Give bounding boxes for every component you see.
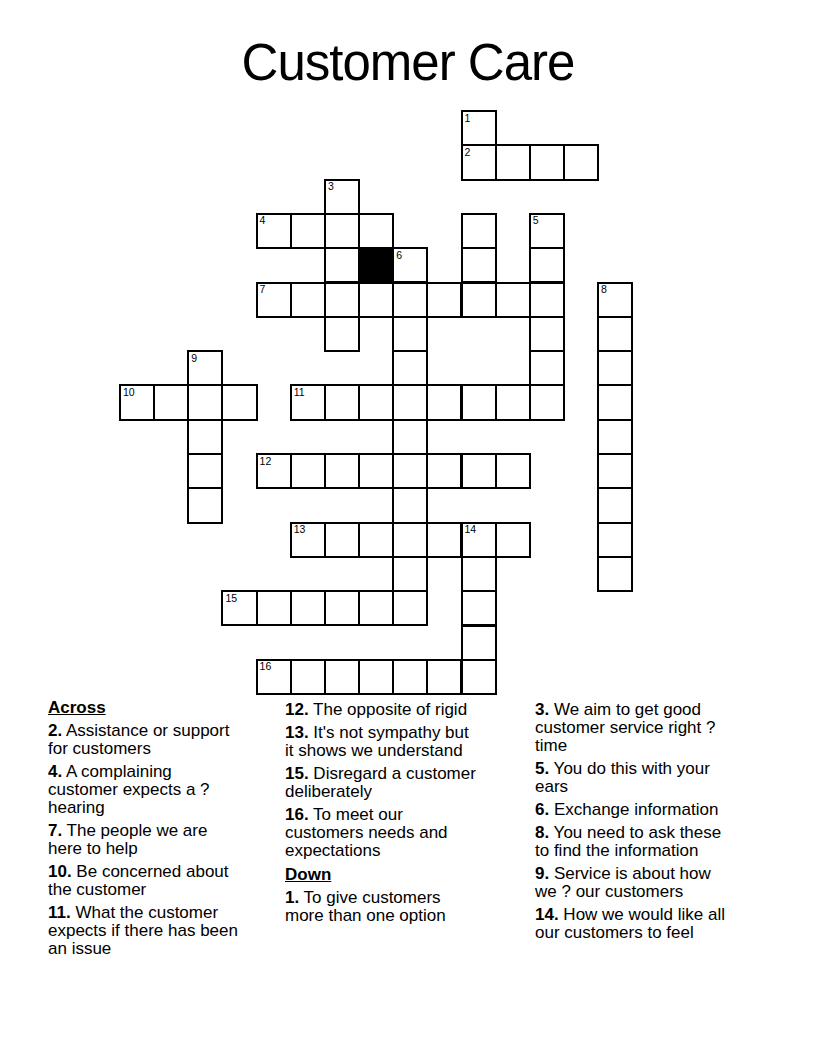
cell-c14-r9[interactable] bbox=[597, 419, 633, 455]
cell-number-5: 5 bbox=[533, 215, 539, 225]
cell-c10-r3[interactable] bbox=[461, 213, 497, 249]
cell-c10-r14[interactable] bbox=[461, 590, 497, 626]
cell-c8-r9[interactable] bbox=[392, 419, 428, 455]
cell-c7-r3[interactable] bbox=[358, 213, 394, 249]
clue-number: 3. bbox=[535, 700, 549, 719]
cell-number-13: 13 bbox=[294, 524, 306, 534]
across-heading: Across bbox=[48, 698, 243, 718]
clue-down-8: 8. You need to ask these to find the inf… bbox=[535, 824, 725, 860]
down-clues-list-continued: 3. We aim to get good customer service r… bbox=[535, 701, 725, 942]
clue-across-11: 11. What the customer expects if there h… bbox=[48, 904, 243, 958]
cell-c2-r10[interactable] bbox=[187, 453, 223, 489]
cell-c6-r10[interactable] bbox=[324, 453, 360, 489]
cell-c9-r8[interactable] bbox=[426, 384, 462, 420]
clue-number: 1. bbox=[285, 888, 299, 907]
clue-number: 14. bbox=[535, 905, 559, 924]
clue-number: 9. bbox=[535, 864, 549, 883]
cell-c13-r1[interactable] bbox=[563, 144, 599, 180]
clue-number: 8. bbox=[535, 823, 549, 842]
clue-number: 2. bbox=[48, 721, 62, 740]
cell-c12-r1[interactable] bbox=[529, 144, 565, 180]
clue-across-13: 13. It's not sympathy but it shows we un… bbox=[285, 724, 477, 760]
cell-c9-r5[interactable] bbox=[426, 282, 462, 318]
clue-across-7: 7. The people we are here to help bbox=[48, 822, 243, 858]
across-clues-list: 2. Assistance or support for customers4.… bbox=[48, 722, 243, 958]
cell-c8-r7[interactable] bbox=[392, 350, 428, 386]
clue-number: 10. bbox=[48, 862, 72, 881]
cell-number-14: 14 bbox=[465, 524, 477, 534]
clue-number: 4. bbox=[48, 762, 62, 781]
cell-number-16: 16 bbox=[260, 661, 272, 671]
cell-c14-r7[interactable] bbox=[597, 350, 633, 386]
puzzle-title: Customer Care bbox=[0, 33, 816, 92]
cell-number-9: 9 bbox=[191, 353, 197, 363]
cell-c7-r10[interactable] bbox=[358, 453, 394, 489]
clue-down-3: 3. We aim to get good customer service r… bbox=[535, 701, 725, 755]
cell-number-12: 12 bbox=[260, 456, 272, 466]
cell-c6-r3[interactable] bbox=[324, 213, 360, 249]
cell-c7-r16[interactable] bbox=[358, 659, 394, 695]
cell-c5-r16[interactable] bbox=[290, 659, 326, 695]
cell-c11-r5[interactable] bbox=[495, 282, 531, 318]
cell-c14-r11[interactable] bbox=[597, 487, 633, 523]
cell-c1-r8[interactable] bbox=[153, 384, 189, 420]
cell-c7-r8[interactable] bbox=[358, 384, 394, 420]
clue-across-12: 12. The opposite of rigid bbox=[285, 701, 477, 719]
clue-number: 7. bbox=[48, 821, 62, 840]
cell-c11-r12[interactable] bbox=[495, 522, 531, 558]
cell-c8-r13[interactable] bbox=[392, 556, 428, 592]
cell-c2-r9[interactable] bbox=[187, 419, 223, 455]
clue-down-14: 14. How we would like all our customers … bbox=[535, 906, 725, 942]
cell-c6-r8[interactable] bbox=[324, 384, 360, 420]
cell-number-7: 7 bbox=[260, 284, 266, 294]
clue-across-15: 15. Disregard a customer deliberately bbox=[285, 765, 477, 801]
cell-c8-r6[interactable] bbox=[392, 316, 428, 352]
cell-c5-r10[interactable] bbox=[290, 453, 326, 489]
cell-c14-r13[interactable] bbox=[597, 556, 633, 592]
cell-c11-r1[interactable] bbox=[495, 144, 531, 180]
clue-number: 15. bbox=[285, 764, 309, 783]
clue-across-2: 2. Assistance or support for customers bbox=[48, 722, 243, 758]
down-clues-list: 1. To give customers more than one optio… bbox=[285, 889, 477, 925]
cell-number-11: 11 bbox=[294, 387, 305, 397]
cell-c3-r8[interactable] bbox=[221, 384, 257, 420]
cell-number-3: 3 bbox=[328, 181, 334, 191]
clues-column-2: 12. The opposite of rigid13. It's not sy… bbox=[285, 698, 477, 930]
cell-c10-r10[interactable] bbox=[461, 453, 497, 489]
cell-c10-r16[interactable] bbox=[461, 659, 497, 695]
cell-c6-r6[interactable] bbox=[324, 316, 360, 352]
clue-down-1: 1. To give customers more than one optio… bbox=[285, 889, 477, 925]
cell-c8-r14[interactable] bbox=[392, 590, 428, 626]
clue-across-4: 4. A complaining customer expects a ? he… bbox=[48, 763, 243, 817]
cell-c5-r5[interactable] bbox=[290, 282, 326, 318]
cell-c10-r5[interactable] bbox=[461, 282, 497, 318]
cell-c14-r12[interactable] bbox=[597, 522, 633, 558]
cell-c14-r6[interactable] bbox=[597, 316, 633, 352]
cell-c9-r16[interactable] bbox=[426, 659, 462, 695]
cell-c10-r8[interactable] bbox=[461, 384, 497, 420]
cell-c8-r10[interactable] bbox=[392, 453, 428, 489]
clues-column-1: Across 2. Assistance or support for cust… bbox=[48, 698, 243, 963]
cell-c10-r15[interactable] bbox=[461, 625, 497, 661]
cell-c5-r3[interactable] bbox=[290, 213, 326, 249]
cell-c2-r8[interactable] bbox=[187, 384, 223, 420]
clue-number: 11. bbox=[48, 903, 71, 922]
clue-number: 13. bbox=[285, 723, 309, 742]
cell-c4-r14[interactable] bbox=[256, 590, 292, 626]
cell-number-6: 6 bbox=[396, 250, 402, 260]
cell-c6-r12[interactable] bbox=[324, 522, 360, 558]
cell-c6-r16[interactable] bbox=[324, 659, 360, 695]
cell-c6-r14[interactable] bbox=[324, 590, 360, 626]
clue-across-16: 16. To meet our customers needs and expe… bbox=[285, 806, 477, 860]
cell-c8-r11[interactable] bbox=[392, 487, 428, 523]
clue-down-6: 6. Exchange information bbox=[535, 801, 725, 819]
clues-column-3: 3. We aim to get good customer service r… bbox=[535, 698, 725, 947]
across-clues-list-continued: 12. The opposite of rigid13. It's not sy… bbox=[285, 701, 477, 860]
cell-c10-r4[interactable] bbox=[461, 247, 497, 283]
cell-c12-r4[interactable] bbox=[529, 247, 565, 283]
cell-c12-r8[interactable] bbox=[529, 384, 565, 420]
cell-c8-r12[interactable] bbox=[392, 522, 428, 558]
cell-number-15: 15 bbox=[225, 593, 237, 603]
cell-c6-r5[interactable] bbox=[324, 282, 360, 318]
cell-c14-r10[interactable] bbox=[597, 453, 633, 489]
cell-c12-r5[interactable] bbox=[529, 282, 565, 318]
cell-c9-r10[interactable] bbox=[426, 453, 462, 489]
cell-c11-r8[interactable] bbox=[495, 384, 531, 420]
cell-c5-r14[interactable] bbox=[290, 590, 326, 626]
clue-number: 16. bbox=[285, 805, 309, 824]
cell-c8-r16[interactable] bbox=[392, 659, 428, 695]
cell-number-2: 2 bbox=[465, 147, 471, 157]
cell-c8-r5[interactable] bbox=[392, 282, 428, 318]
cell-c7-r14[interactable] bbox=[358, 590, 394, 626]
cell-c2-r11[interactable] bbox=[187, 487, 223, 523]
cell-c8-r8[interactable] bbox=[392, 384, 428, 420]
cell-c14-r8[interactable] bbox=[597, 384, 633, 420]
cell-number-8: 8 bbox=[601, 284, 607, 294]
clue-number: 5. bbox=[535, 759, 549, 778]
cell-c12-r6[interactable] bbox=[529, 316, 565, 352]
cell-c11-r10[interactable] bbox=[495, 453, 531, 489]
cell-c10-r13[interactable] bbox=[461, 556, 497, 592]
clue-down-9: 9. Service is about how we ? our custome… bbox=[535, 865, 725, 901]
down-heading: Down bbox=[285, 865, 477, 885]
cell-number-4: 4 bbox=[260, 215, 266, 225]
cell-c12-r7[interactable] bbox=[529, 350, 565, 386]
cell-c9-r12[interactable] bbox=[426, 522, 462, 558]
cell-c6-r4[interactable] bbox=[324, 247, 360, 283]
cell-number-10: 10 bbox=[123, 387, 135, 397]
clue-number: 12. bbox=[285, 700, 309, 719]
crossword-page: Customer Care 12345678910111213141516 Ac… bbox=[0, 0, 816, 1056]
cell-number-1: 1 bbox=[465, 113, 471, 123]
crossword-grid: 12345678910111213141516 bbox=[119, 110, 634, 696]
cell-c7-r12[interactable] bbox=[358, 522, 394, 558]
black-cell bbox=[358, 247, 394, 283]
clue-number: 6. bbox=[535, 800, 549, 819]
cell-c7-r5[interactable] bbox=[358, 282, 394, 318]
clue-down-5: 5. You do this with your ears bbox=[535, 760, 725, 796]
clue-across-10: 10. Be concerned about the customer bbox=[48, 863, 243, 899]
